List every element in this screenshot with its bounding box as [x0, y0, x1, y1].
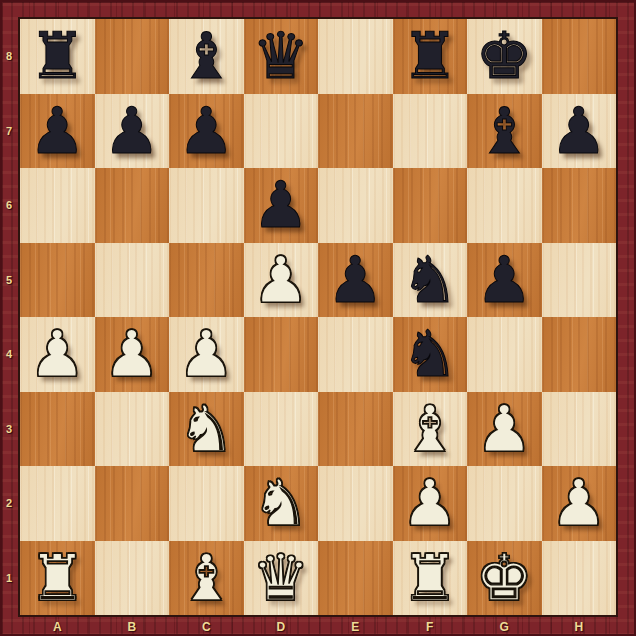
square-f5[interactable]: ♞: [393, 243, 468, 318]
piece-black-pawn-b7[interactable]: ♟: [103, 94, 160, 169]
piece-black-knight-f5[interactable]: ♞: [401, 243, 458, 318]
square-g6[interactable]: [467, 168, 542, 243]
square-b1[interactable]: [95, 541, 170, 616]
square-c4[interactable]: ♟: [169, 317, 244, 392]
square-a2[interactable]: [20, 466, 95, 541]
piece-white-bishop-f3[interactable]: ♝: [401, 392, 458, 467]
piece-black-pawn-e5[interactable]: ♟: [327, 243, 384, 318]
square-d2[interactable]: ♞: [244, 466, 319, 541]
square-a4[interactable]: ♟: [20, 317, 95, 392]
square-d4[interactable]: [244, 317, 319, 392]
square-b5[interactable]: [95, 243, 170, 318]
rank-label-5: 5: [0, 243, 18, 318]
square-h5[interactable]: [542, 243, 617, 318]
square-c1[interactable]: ♝: [169, 541, 244, 616]
square-e6[interactable]: [318, 168, 393, 243]
square-a8[interactable]: ♜: [20, 19, 95, 94]
square-d7[interactable]: [244, 94, 319, 169]
piece-black-bishop-c8[interactable]: ♝: [178, 19, 235, 94]
piece-white-rook-a1[interactable]: ♜: [29, 541, 86, 616]
piece-white-pawn-a4[interactable]: ♟: [29, 317, 86, 392]
piece-black-rook-a8[interactable]: ♜: [29, 19, 86, 94]
square-f8[interactable]: ♜: [393, 19, 468, 94]
rank-label-6: 6: [0, 168, 18, 243]
piece-white-rook-f1[interactable]: ♜: [401, 541, 458, 616]
rank-label-7: 7: [0, 94, 18, 169]
piece-white-pawn-h2[interactable]: ♟: [550, 466, 607, 541]
board-rim: ♜♝♛♜♚♟♟♟♝♟♟♟♟♞♟♟♟♟♞♞♝♟♞♟♟♜♝♛♜♚: [18, 17, 618, 617]
square-c6[interactable]: [169, 168, 244, 243]
square-c7[interactable]: ♟: [169, 94, 244, 169]
file-label-e: E: [318, 617, 393, 636]
square-f1[interactable]: ♜: [393, 541, 468, 616]
chess-board: ♜♝♛♜♚♟♟♟♝♟♟♟♟♞♟♟♟♟♞♞♝♟♞♟♟♜♝♛♜♚: [20, 19, 616, 615]
square-e7[interactable]: [318, 94, 393, 169]
square-a5[interactable]: [20, 243, 95, 318]
square-e1[interactable]: [318, 541, 393, 616]
file-label-c: C: [169, 617, 244, 636]
piece-black-rook-f8[interactable]: ♜: [401, 19, 458, 94]
square-g8[interactable]: ♚: [467, 19, 542, 94]
piece-black-knight-f4[interactable]: ♞: [401, 317, 458, 392]
square-c3[interactable]: ♞: [169, 392, 244, 467]
square-e3[interactable]: [318, 392, 393, 467]
square-d8[interactable]: ♛: [244, 19, 319, 94]
file-label-h: H: [542, 617, 617, 636]
file-labels: ABCDEFGH: [20, 617, 616, 636]
square-h4[interactable]: [542, 317, 617, 392]
square-h7[interactable]: ♟: [542, 94, 617, 169]
piece-white-pawn-f2[interactable]: ♟: [401, 466, 458, 541]
square-e4[interactable]: [318, 317, 393, 392]
square-a6[interactable]: [20, 168, 95, 243]
square-d3[interactable]: [244, 392, 319, 467]
rank-label-1: 1: [0, 541, 18, 616]
rank-label-4: 4: [0, 317, 18, 392]
piece-white-pawn-g3[interactable]: ♟: [476, 392, 533, 467]
file-label-f: F: [393, 617, 468, 636]
square-c5[interactable]: [169, 243, 244, 318]
square-d5[interactable]: ♟: [244, 243, 319, 318]
piece-white-pawn-c4[interactable]: ♟: [178, 317, 235, 392]
square-d6[interactable]: ♟: [244, 168, 319, 243]
square-h6[interactable]: [542, 168, 617, 243]
square-g3[interactable]: ♟: [467, 392, 542, 467]
piece-black-pawn-h7[interactable]: ♟: [550, 94, 607, 169]
square-f7[interactable]: [393, 94, 468, 169]
square-f3[interactable]: ♝: [393, 392, 468, 467]
piece-white-king-g1[interactable]: ♚: [476, 541, 533, 616]
square-a1[interactable]: ♜: [20, 541, 95, 616]
file-label-g: G: [467, 617, 542, 636]
square-e5[interactable]: ♟: [318, 243, 393, 318]
square-g4[interactable]: [467, 317, 542, 392]
file-label-a: A: [20, 617, 95, 636]
piece-white-bishop-c1[interactable]: ♝: [178, 541, 235, 616]
square-f2[interactable]: ♟: [393, 466, 468, 541]
rank-label-8: 8: [0, 19, 18, 94]
file-label-b: B: [95, 617, 170, 636]
square-g7[interactable]: ♝: [467, 94, 542, 169]
square-h2[interactable]: ♟: [542, 466, 617, 541]
piece-black-pawn-g5[interactable]: ♟: [476, 243, 533, 318]
piece-white-pawn-d5[interactable]: ♟: [252, 243, 309, 318]
piece-white-queen-d1[interactable]: ♛: [252, 541, 309, 616]
square-h8[interactable]: [542, 19, 617, 94]
square-b2[interactable]: [95, 466, 170, 541]
square-g5[interactable]: ♟: [467, 243, 542, 318]
square-b6[interactable]: [95, 168, 170, 243]
square-h1[interactable]: [542, 541, 617, 616]
piece-white-pawn-b4[interactable]: ♟: [103, 317, 160, 392]
square-f6[interactable]: [393, 168, 468, 243]
square-h3[interactable]: [542, 392, 617, 467]
square-e8[interactable]: [318, 19, 393, 94]
square-g1[interactable]: ♚: [467, 541, 542, 616]
square-b7[interactable]: ♟: [95, 94, 170, 169]
rank-label-3: 3: [0, 392, 18, 467]
piece-black-king-g8[interactable]: ♚: [476, 19, 533, 94]
file-label-d: D: [244, 617, 319, 636]
square-c2[interactable]: [169, 466, 244, 541]
piece-white-knight-d2[interactable]: ♞: [252, 466, 309, 541]
piece-white-knight-c3[interactable]: ♞: [178, 392, 235, 467]
piece-black-pawn-c7[interactable]: ♟: [178, 94, 235, 169]
rank-labels: 87654321: [0, 19, 18, 615]
square-b4[interactable]: ♟: [95, 317, 170, 392]
rank-label-2: 2: [0, 466, 18, 541]
square-b3[interactable]: [95, 392, 170, 467]
piece-black-queen-d8[interactable]: ♛: [252, 19, 309, 94]
square-f4[interactable]: ♞: [393, 317, 468, 392]
square-e2[interactable]: [318, 466, 393, 541]
square-a3[interactable]: [20, 392, 95, 467]
square-c8[interactable]: ♝: [169, 19, 244, 94]
piece-black-pawn-d6[interactable]: ♟: [252, 168, 309, 243]
square-d1[interactable]: ♛: [244, 541, 319, 616]
piece-black-bishop-g7[interactable]: ♝: [476, 94, 533, 169]
board-frame: ♜♝♛♜♚♟♟♟♝♟♟♟♟♞♟♟♟♟♞♞♝♟♞♟♟♜♝♛♜♚ 87654321 …: [0, 0, 636, 636]
square-b8[interactable]: [95, 19, 170, 94]
square-g2[interactable]: [467, 466, 542, 541]
square-a7[interactable]: ♟: [20, 94, 95, 169]
piece-black-pawn-a7[interactable]: ♟: [29, 94, 86, 169]
